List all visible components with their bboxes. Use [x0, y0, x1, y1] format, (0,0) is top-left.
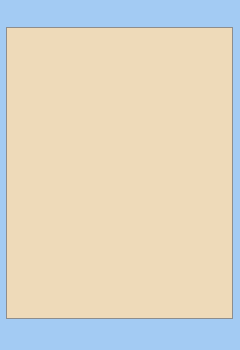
footer-bar: [4, 323, 236, 341]
xiangqi-board: [6, 27, 233, 319]
board-grid-lines: [7, 28, 234, 320]
